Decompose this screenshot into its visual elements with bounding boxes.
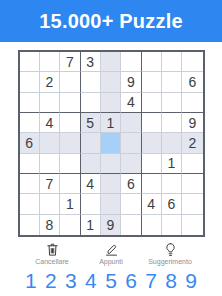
cell-r1-c4[interactable]: 3 <box>81 52 101 72</box>
cell-r8-c9[interactable] <box>182 194 202 214</box>
cell-r6-c7[interactable] <box>142 154 162 174</box>
cell-r7-c7[interactable] <box>142 174 162 194</box>
cell-r5-c7[interactable] <box>142 133 162 153</box>
numpad-5[interactable]: 5 <box>105 268 117 294</box>
header-banner: 15.000+ Puzzle <box>0 0 222 42</box>
cell-r8-c7[interactable]: 4 <box>142 194 162 214</box>
cell-r7-c6[interactable]: 6 <box>121 174 141 194</box>
cell-r3-c6[interactable]: 4 <box>121 93 141 113</box>
cell-r4-c9[interactable]: 9 <box>182 113 202 133</box>
cell-r8-c3[interactable]: 1 <box>60 194 80 214</box>
cell-r2-c3[interactable] <box>60 72 80 92</box>
cell-r7-c9[interactable] <box>182 174 202 194</box>
cell-r2-c1[interactable] <box>20 72 40 92</box>
notes-button[interactable]: Appunti <box>89 242 133 265</box>
cell-r4-c1[interactable] <box>20 113 40 133</box>
cell-r5-c6[interactable] <box>121 133 141 153</box>
cell-r7-c5[interactable] <box>101 174 121 194</box>
cell-r2-c6[interactable]: 9 <box>121 72 141 92</box>
cell-r3-c2[interactable] <box>40 93 60 113</box>
cell-r8-c1[interactable] <box>20 194 40 214</box>
cell-r4-c2[interactable]: 4 <box>40 113 60 133</box>
numpad-3[interactable]: 3 <box>65 268 77 294</box>
cell-r7-c4[interactable]: 4 <box>81 174 101 194</box>
cell-r9-c2[interactable]: 8 <box>40 215 60 235</box>
cell-r1-c6[interactable] <box>121 52 141 72</box>
cell-r1-c9[interactable] <box>182 52 202 72</box>
cell-r9-c4[interactable]: 1 <box>81 215 101 235</box>
cell-r3-c7[interactable] <box>142 93 162 113</box>
cell-r6-c3[interactable] <box>60 154 80 174</box>
cell-r3-c4[interactable] <box>81 93 101 113</box>
trash-icon <box>45 242 60 257</box>
erase-button[interactable]: Cancellare <box>30 242 74 265</box>
pencil-icon <box>104 242 119 257</box>
cell-r2-c9[interactable]: 6 <box>182 72 202 92</box>
cell-r3-c3[interactable] <box>60 93 80 113</box>
cell-r2-c5[interactable] <box>101 72 121 92</box>
numpad-1[interactable]: 1 <box>25 268 37 294</box>
cell-r6-c5[interactable] <box>101 154 121 174</box>
cell-r1-c8[interactable] <box>162 52 182 72</box>
cell-r1-c5[interactable] <box>101 52 121 72</box>
cell-r3-c9[interactable] <box>182 93 202 113</box>
numpad-8[interactable]: 8 <box>165 268 177 294</box>
cell-r6-c9[interactable] <box>182 154 202 174</box>
cell-r8-c6[interactable] <box>121 194 141 214</box>
numpad-2[interactable]: 2 <box>45 268 57 294</box>
cell-r4-c5[interactable]: 1 <box>101 113 121 133</box>
cell-r1-c1[interactable] <box>20 52 40 72</box>
cell-r9-c9[interactable] <box>182 215 202 235</box>
cell-r7-c8[interactable] <box>162 174 182 194</box>
cell-r6-c8[interactable]: 1 <box>162 154 182 174</box>
cell-r9-c3[interactable] <box>60 215 80 235</box>
cell-r5-c3[interactable] <box>60 133 80 153</box>
numpad-6[interactable]: 6 <box>125 268 137 294</box>
cell-r5-c9[interactable]: 2 <box>182 133 202 153</box>
cell-r2-c4[interactable] <box>81 72 101 92</box>
cell-r7-c1[interactable] <box>20 174 40 194</box>
cell-r6-c4[interactable] <box>81 154 101 174</box>
page-title: 15.000+ Puzzle <box>39 10 182 33</box>
cell-r9-c5[interactable]: 9 <box>101 215 121 235</box>
cell-r6-c1[interactable] <box>20 154 40 174</box>
cell-r3-c8[interactable] <box>162 93 182 113</box>
board-container: 7329644519621746146819 <box>18 50 205 237</box>
cell-r8-c5[interactable] <box>101 194 121 214</box>
hint-button-label: Suggerimento <box>148 258 192 265</box>
cell-r8-c8[interactable]: 6 <box>162 194 182 214</box>
numpad-7[interactable]: 7 <box>145 268 157 294</box>
number-pad: 123456789 <box>0 268 222 294</box>
lightbulb-icon <box>163 242 178 257</box>
cell-r8-c4[interactable] <box>81 194 101 214</box>
cell-r1-c3[interactable]: 7 <box>60 52 80 72</box>
cell-r5-c1[interactable]: 6 <box>20 133 40 153</box>
cell-r9-c6[interactable] <box>121 215 141 235</box>
cell-r6-c6[interactable] <box>121 154 141 174</box>
cell-r4-c6[interactable] <box>121 113 141 133</box>
cell-r9-c1[interactable] <box>20 215 40 235</box>
cell-r1-c7[interactable] <box>142 52 162 72</box>
toolbar: Cancellare Appunti Suggerimento <box>0 242 222 265</box>
sudoku-app: 15.000+ Puzzle 7329644519621746146819 Ca… <box>0 0 222 296</box>
cell-r9-c8[interactable] <box>162 215 182 235</box>
cell-r3-c5[interactable] <box>101 93 121 113</box>
cell-r7-c2[interactable]: 7 <box>40 174 60 194</box>
cell-r1-c2[interactable] <box>40 52 60 72</box>
numpad-4[interactable]: 4 <box>85 268 97 294</box>
cell-r2-c7[interactable] <box>142 72 162 92</box>
cell-r4-c3[interactable] <box>60 113 80 133</box>
erase-button-label: Cancellare <box>35 258 68 265</box>
cell-r2-c2[interactable]: 2 <box>40 72 60 92</box>
cell-r9-c7[interactable] <box>142 215 162 235</box>
cell-r4-c8[interactable] <box>162 113 182 133</box>
cell-r3-c1[interactable] <box>20 93 40 113</box>
hint-button[interactable]: Suggerimento <box>148 242 192 265</box>
cell-r4-c7[interactable] <box>142 113 162 133</box>
cell-r5-c8[interactable] <box>162 133 182 153</box>
numpad-9[interactable]: 9 <box>185 268 197 294</box>
cell-r6-c2[interactable] <box>40 154 60 174</box>
cell-r2-c8[interactable] <box>162 72 182 92</box>
sudoku-board: 7329644519621746146819 <box>18 50 205 237</box>
cell-r7-c3[interactable] <box>60 174 80 194</box>
cell-r8-c2[interactable] <box>40 194 60 214</box>
cell-r4-c4[interactable]: 5 <box>81 113 101 133</box>
notes-button-label: Appunti <box>99 258 123 265</box>
cell-r5-c4[interactable] <box>81 133 101 153</box>
cell-r5-c2[interactable] <box>40 133 60 153</box>
cell-r5-c5[interactable] <box>101 133 121 153</box>
